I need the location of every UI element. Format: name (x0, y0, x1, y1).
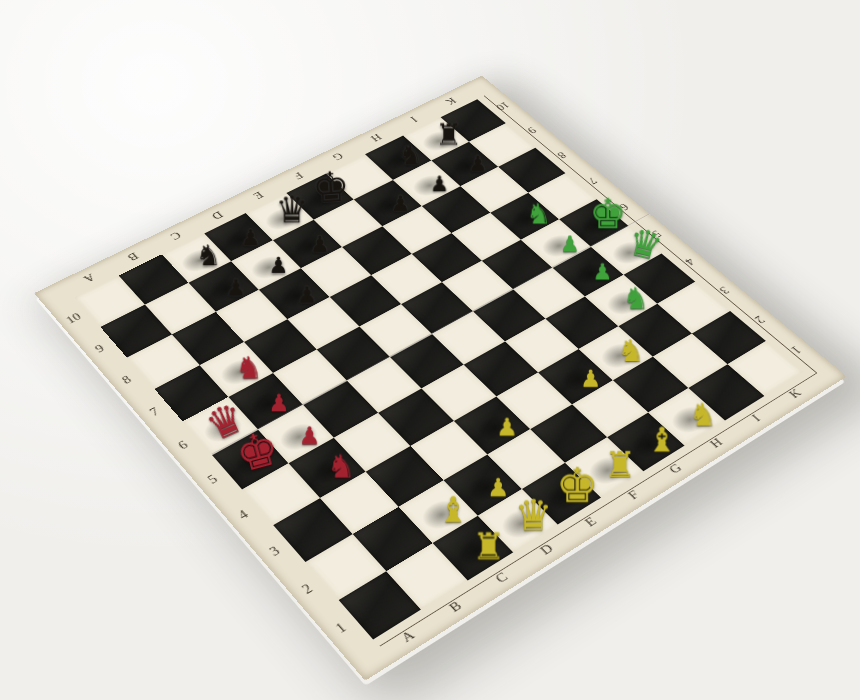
black-pawn-e9[interactable]: ♟ (295, 234, 345, 256)
yellow-knight-h3[interactable]: ♞ (605, 336, 658, 366)
black-pawn-d8[interactable]: ♟ (281, 284, 332, 307)
green-knight-i7[interactable]: ♞ (514, 200, 563, 228)
black-pawn-c9[interactable]: ♟ (210, 276, 261, 299)
square-k1[interactable] (728, 341, 803, 396)
red-knight-b7[interactable]: ♞ (223, 352, 276, 383)
black-knight-h10[interactable]: ♞ (387, 141, 435, 169)
red-king-a5[interactable]: ♚ (225, 422, 291, 482)
square-d5[interactable] (347, 357, 421, 413)
yellow-pawn-e3[interactable]: ♟ (480, 416, 535, 440)
black-pawn-h9[interactable]: ♟ (415, 173, 463, 194)
black-pawn-d9[interactable]: ♟ (253, 255, 304, 277)
black-pawn-g9[interactable]: ♟ (376, 193, 425, 215)
chessboard: ABCDEFGHIK ABCDEFGHIK 10987654321 109876… (34, 76, 847, 681)
red-knight-b4[interactable]: ♞ (313, 451, 369, 483)
black-knight-c10[interactable]: ♞ (183, 241, 233, 270)
red-pawn-b6[interactable]: ♟ (252, 391, 306, 415)
board-3d-wrapper: ABCDEFGHIK ABCDEFGHIK 10987654321 109876… (34, 76, 847, 681)
yellow-rook-c1[interactable]: ♜ (460, 527, 518, 564)
yellow-bishop-c2[interactable]: ♝ (425, 492, 482, 527)
green-pawn-i6[interactable]: ♟ (545, 233, 595, 255)
red-pawn-b5[interactable]: ♟ (282, 424, 337, 448)
rank-label-left-9: 9 (75, 328, 125, 371)
green-knight-i4[interactable]: ♞ (610, 283, 661, 313)
green-pawn-i5[interactable]: ♟ (577, 261, 628, 283)
black-queen-e10[interactable]: ♛ (267, 191, 316, 228)
play-area: ♞♟♛♚♞♜♟♟♟♟♟♟♟♞♞♛♟♟♚♚♟♟♛♞♞♟♟♞♝♟♜♛♚♜♝♞ (74, 99, 802, 639)
yellow-pawn-g3[interactable]: ♟ (564, 367, 617, 391)
photo-of-chessboard: ABCDEFGHIK ABCDEFGHIK 10987654321 109876… (0, 0, 860, 700)
file-label-bottom-k: K (766, 373, 824, 414)
black-pawn-i9[interactable]: ♟ (454, 154, 502, 175)
